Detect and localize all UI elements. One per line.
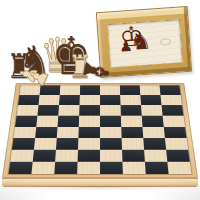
board-square [33,150,56,162]
board-square [166,150,190,162]
board-perspective-wrap [2,6,198,178]
board-square [162,105,184,115]
board-squares [9,85,192,174]
board-square [100,162,123,175]
board-square [120,95,141,105]
board-square [100,150,122,162]
board-square [120,85,140,95]
board-square [140,95,161,105]
board-square [122,150,145,162]
board-square [9,162,33,175]
board-square [58,105,79,115]
board-square [144,150,167,162]
board-square [100,85,120,95]
board-square [12,138,35,150]
board-square [140,85,161,95]
board-square [100,127,122,138]
board-square [31,162,55,175]
board-square [60,85,80,95]
board-square [121,116,143,127]
board-square [54,162,77,175]
board-square [79,95,100,105]
board-square [57,127,79,138]
chessboard [2,83,198,178]
board-square [159,85,180,95]
board-square [79,105,100,115]
board-square [163,116,185,127]
board-square [100,116,121,127]
board-square [143,138,166,150]
board-square [59,95,80,105]
board-square [18,95,40,105]
board-square [36,116,58,127]
board-square [34,138,57,150]
board-square [58,116,80,127]
board-square [142,127,164,138]
board-square [121,105,142,115]
board-square [17,105,39,115]
photo-corner-shade-left [0,174,52,200]
board-square [10,150,34,162]
board-square [15,116,37,127]
board-square [40,85,61,95]
photo-corner-shade-right [148,174,200,200]
board-square [35,127,57,138]
board-square [55,150,78,162]
board-square [122,162,145,175]
board-square [77,162,100,175]
board-square [38,95,59,105]
board-square [160,95,182,105]
board-square [100,105,121,115]
board-square [141,105,163,115]
board-square [37,105,59,115]
chess-set-product-photo: ♔♟♞ ♜♞♟♟♛♚♜♝ [0,0,200,200]
board-square [13,127,36,138]
board-square [78,138,100,150]
board-square [100,95,121,105]
board-square [78,127,100,138]
board-square [121,127,143,138]
board-square [19,85,40,95]
board-square [100,138,122,150]
board-square [79,116,100,127]
board-square [167,162,191,175]
board-square [145,162,169,175]
board-square [164,127,187,138]
board-square [142,116,164,127]
board-square [56,138,78,150]
board-square [122,138,144,150]
board-square [78,150,100,162]
board-square [165,138,188,150]
board-square [80,85,100,95]
